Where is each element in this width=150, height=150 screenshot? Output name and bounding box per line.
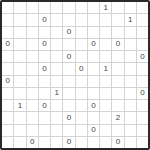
empty-cell[interactable] (63, 14, 74, 25)
empty-cell[interactable] (39, 112, 50, 123)
empty-cell[interactable] (51, 100, 62, 111)
empty-cell[interactable] (112, 2, 123, 13)
empty-cell[interactable] (27, 76, 38, 87)
clue-cell: 0 (27, 137, 38, 148)
empty-cell[interactable] (125, 100, 136, 111)
empty-cell[interactable] (76, 39, 87, 50)
empty-cell[interactable] (51, 63, 62, 74)
empty-cell[interactable] (39, 27, 50, 38)
empty-cell[interactable] (2, 100, 13, 111)
empty-cell[interactable] (2, 88, 13, 99)
empty-cell[interactable] (2, 2, 13, 13)
empty-cell[interactable] (39, 2, 50, 13)
empty-cell[interactable] (14, 63, 25, 74)
clue-cell: 0 (63, 51, 74, 62)
empty-cell[interactable] (76, 88, 87, 99)
empty-cell[interactable] (100, 27, 111, 38)
empty-cell[interactable] (125, 137, 136, 148)
empty-cell[interactable] (112, 51, 123, 62)
empty-cell[interactable] (51, 112, 62, 123)
empty-cell[interactable] (125, 88, 136, 99)
clue-cell: 0 (76, 63, 87, 74)
empty-cell[interactable] (27, 100, 38, 111)
empty-cell[interactable] (137, 63, 148, 74)
empty-cell[interactable] (51, 39, 62, 50)
empty-cell[interactable] (88, 14, 99, 25)
empty-cell[interactable] (39, 76, 50, 87)
empty-cell[interactable] (137, 27, 148, 38)
empty-cell[interactable] (137, 125, 148, 136)
empty-cell[interactable] (51, 27, 62, 38)
empty-cell[interactable] (76, 14, 87, 25)
empty-cell[interactable] (125, 2, 136, 13)
clue-cell: 0 (39, 14, 50, 25)
empty-cell[interactable] (27, 27, 38, 38)
empty-cell[interactable] (51, 125, 62, 136)
empty-cell[interactable] (76, 125, 87, 136)
empty-cell[interactable] (14, 112, 25, 123)
clue-cell: 0 (39, 63, 50, 74)
clue-cell: 0 (2, 76, 13, 87)
empty-cell[interactable] (100, 137, 111, 148)
empty-cell[interactable] (27, 39, 38, 50)
empty-cell[interactable] (27, 88, 38, 99)
clue-cell: 2 (112, 112, 123, 123)
empty-cell[interactable] (76, 112, 87, 123)
empty-cell[interactable] (112, 88, 123, 99)
empty-cell[interactable] (112, 27, 123, 38)
clue-cell: 1 (100, 63, 111, 74)
empty-cell[interactable] (14, 51, 25, 62)
clue-cell: 1 (14, 100, 25, 111)
clue-cell: 0 (63, 137, 74, 148)
empty-cell[interactable] (112, 63, 123, 74)
empty-cell[interactable] (27, 14, 38, 25)
empty-cell[interactable] (137, 39, 148, 50)
clue-cell: 0 (112, 137, 123, 148)
empty-cell[interactable] (14, 137, 25, 148)
empty-cell[interactable] (88, 63, 99, 74)
clue-cell: 0 (63, 112, 74, 123)
empty-cell[interactable] (27, 2, 38, 13)
empty-cell[interactable] (125, 39, 136, 50)
empty-cell[interactable] (27, 125, 38, 136)
empty-cell[interactable] (125, 112, 136, 123)
empty-cell[interactable] (137, 112, 148, 123)
empty-cell[interactable] (112, 100, 123, 111)
empty-cell[interactable] (39, 88, 50, 99)
empty-cell[interactable] (88, 27, 99, 38)
empty-cell[interactable] (63, 88, 74, 99)
empty-cell[interactable] (76, 51, 87, 62)
empty-cell[interactable] (76, 27, 87, 38)
empty-cell[interactable] (100, 39, 111, 50)
clue-cell: 0 (88, 39, 99, 50)
empty-cell[interactable] (76, 137, 87, 148)
empty-cell[interactable] (14, 76, 25, 87)
empty-cell[interactable] (2, 63, 13, 74)
empty-cell[interactable] (2, 125, 13, 136)
empty-cell[interactable] (88, 112, 99, 123)
empty-cell[interactable] (137, 2, 148, 13)
clue-cell: 0 (137, 88, 148, 99)
empty-cell[interactable] (2, 112, 13, 123)
empty-cell[interactable] (76, 76, 87, 87)
empty-cell[interactable] (51, 51, 62, 62)
empty-cell[interactable] (137, 14, 148, 25)
empty-cell[interactable] (27, 51, 38, 62)
empty-cell[interactable] (125, 125, 136, 136)
empty-cell[interactable] (112, 125, 123, 136)
empty-cell[interactable] (2, 137, 13, 148)
empty-cell[interactable] (63, 39, 74, 50)
empty-cell[interactable] (125, 76, 136, 87)
empty-cell[interactable] (14, 88, 25, 99)
empty-cell[interactable] (76, 100, 87, 111)
empty-cell[interactable] (51, 14, 62, 25)
empty-cell[interactable] (112, 76, 123, 87)
empty-cell[interactable] (137, 100, 148, 111)
empty-cell[interactable] (137, 76, 148, 87)
clue-cell: 1 (51, 88, 62, 99)
empty-cell[interactable] (14, 125, 25, 136)
empty-cell[interactable] (88, 88, 99, 99)
empty-cell[interactable] (14, 2, 25, 13)
empty-cell[interactable] (2, 27, 13, 38)
empty-cell[interactable] (100, 112, 111, 123)
empty-cell[interactable] (125, 27, 136, 38)
empty-cell[interactable] (2, 51, 13, 62)
empty-cell[interactable] (14, 14, 25, 25)
clue-cell: 0 (39, 39, 50, 50)
empty-cell[interactable] (27, 112, 38, 123)
empty-cell[interactable] (51, 137, 62, 148)
clue-cell: 0 (112, 39, 123, 50)
clue-cell: 0 (137, 51, 148, 62)
empty-cell[interactable] (88, 2, 99, 13)
empty-cell[interactable] (112, 14, 123, 25)
empty-cell[interactable] (51, 76, 62, 87)
empty-cell[interactable] (39, 51, 50, 62)
clue-cell: 1 (100, 2, 111, 13)
empty-cell[interactable] (100, 88, 111, 99)
empty-cell[interactable] (88, 76, 99, 87)
empty-cell[interactable] (125, 51, 136, 62)
empty-cell[interactable] (63, 125, 74, 136)
empty-cell[interactable] (39, 125, 50, 136)
empty-cell[interactable] (137, 137, 148, 148)
empty-cell[interactable] (100, 51, 111, 62)
empty-cell[interactable] (76, 2, 87, 13)
empty-cell[interactable] (100, 14, 111, 25)
empty-cell[interactable] (39, 137, 50, 148)
empty-cell[interactable] (51, 2, 62, 13)
empty-cell[interactable] (14, 27, 25, 38)
clue-cell: 0 (2, 39, 13, 50)
empty-cell[interactable] (88, 137, 99, 148)
clue-cell: 0 (88, 125, 99, 136)
empty-cell[interactable] (63, 76, 74, 87)
empty-cell[interactable] (63, 63, 74, 74)
empty-cell[interactable] (100, 125, 111, 136)
empty-cell[interactable] (14, 39, 25, 50)
clue-cell: 0 (88, 100, 99, 111)
clue-cell: 1 (125, 14, 136, 25)
clue-cell: 0 (63, 27, 74, 38)
empty-cell[interactable] (2, 14, 13, 25)
empty-cell[interactable] (27, 63, 38, 74)
empty-cell[interactable] (100, 76, 111, 87)
empty-cell[interactable] (63, 2, 74, 13)
empty-cell[interactable] (88, 51, 99, 62)
clue-cell: 0 (39, 100, 50, 111)
empty-cell[interactable] (100, 100, 111, 111)
empty-cell[interactable] (63, 100, 74, 111)
empty-cell[interactable] (125, 63, 136, 74)
puzzle-board: 1010000000001010100020000 (0, 0, 150, 150)
